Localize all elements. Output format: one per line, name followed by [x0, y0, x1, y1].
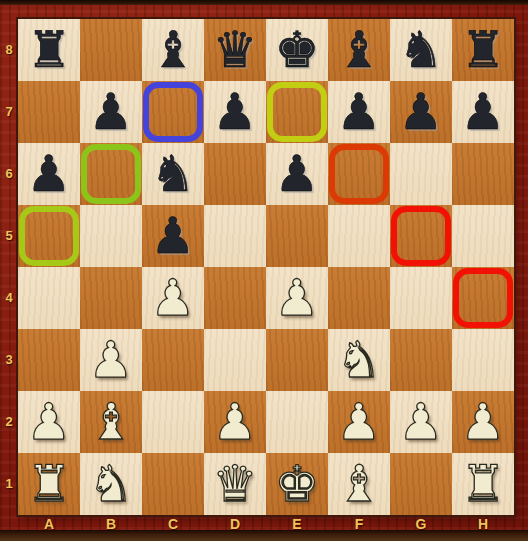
- rank-label-6: 6: [0, 143, 18, 205]
- square-b6[interactable]: [80, 143, 142, 205]
- square-a5[interactable]: [18, 205, 80, 267]
- piece-white-pawn[interactable]: ♟: [328, 391, 390, 453]
- rank-label-7: 7: [0, 81, 18, 143]
- square-d1[interactable]: ♛: [204, 453, 266, 515]
- square-b2[interactable]: ♝: [80, 391, 142, 453]
- square-d4[interactable]: [204, 267, 266, 329]
- square-a4[interactable]: [18, 267, 80, 329]
- rank-label-1: 1: [0, 453, 18, 515]
- piece-black-pawn[interactable]: ♟: [204, 81, 266, 143]
- piece-white-knight[interactable]: ♞: [328, 329, 390, 391]
- square-h8[interactable]: ♜: [452, 19, 514, 81]
- piece-white-queen[interactable]: ♛: [204, 453, 266, 515]
- highlight-e7: [267, 82, 327, 142]
- piece-black-bishop[interactable]: ♝: [328, 19, 390, 81]
- square-c7[interactable]: [142, 81, 204, 143]
- piece-white-pawn[interactable]: ♟: [452, 391, 514, 453]
- square-d5[interactable]: [204, 205, 266, 267]
- highlight-h4: [453, 268, 513, 328]
- highlight-c7: [143, 82, 203, 142]
- square-a8[interactable]: ♜: [18, 19, 80, 81]
- square-g2[interactable]: ♟: [390, 391, 452, 453]
- square-a6[interactable]: ♟: [18, 143, 80, 205]
- square-a3[interactable]: [18, 329, 80, 391]
- square-a1[interactable]: ♜: [18, 453, 80, 515]
- rank-label-8: 8: [0, 19, 18, 81]
- highlight-g5: [391, 206, 451, 266]
- square-g1[interactable]: [390, 453, 452, 515]
- square-e5[interactable]: [266, 205, 328, 267]
- square-h5[interactable]: [452, 205, 514, 267]
- rank-label-5: 5: [0, 205, 18, 267]
- piece-white-pawn[interactable]: ♟: [142, 267, 204, 329]
- square-e8[interactable]: ♚: [266, 19, 328, 81]
- rank-label-2: 2: [0, 391, 18, 453]
- square-f8[interactable]: ♝: [328, 19, 390, 81]
- square-e7[interactable]: [266, 81, 328, 143]
- piece-white-bishop[interactable]: ♝: [80, 391, 142, 453]
- square-c5[interactable]: ♟: [142, 205, 204, 267]
- square-g5[interactable]: [390, 205, 452, 267]
- piece-white-pawn[interactable]: ♟: [390, 391, 452, 453]
- square-b1[interactable]: ♞: [80, 453, 142, 515]
- square-c6[interactable]: ♞: [142, 143, 204, 205]
- window-bottom-edge: [0, 530, 528, 541]
- piece-white-rook[interactable]: ♜: [452, 453, 514, 515]
- piece-black-pawn[interactable]: ♟: [328, 81, 390, 143]
- square-f1[interactable]: ♝: [328, 453, 390, 515]
- square-e1[interactable]: ♚: [266, 453, 328, 515]
- square-e2[interactable]: [266, 391, 328, 453]
- square-g4[interactable]: [390, 267, 452, 329]
- piece-white-pawn[interactable]: ♟: [18, 391, 80, 453]
- rank-label-4: 4: [0, 267, 18, 329]
- square-f6[interactable]: [328, 143, 390, 205]
- square-b7[interactable]: ♟: [80, 81, 142, 143]
- piece-black-pawn[interactable]: ♟: [142, 205, 204, 267]
- square-c3[interactable]: [142, 329, 204, 391]
- square-b4[interactable]: [80, 267, 142, 329]
- square-f2[interactable]: ♟: [328, 391, 390, 453]
- piece-black-knight[interactable]: ♞: [142, 143, 204, 205]
- square-a2[interactable]: ♟: [18, 391, 80, 453]
- highlight-b6: [81, 144, 141, 204]
- square-c1[interactable]: [142, 453, 204, 515]
- square-d8[interactable]: ♛: [204, 19, 266, 81]
- square-g3[interactable]: [390, 329, 452, 391]
- piece-black-pawn[interactable]: ♟: [390, 81, 452, 143]
- square-h3[interactable]: [452, 329, 514, 391]
- piece-black-pawn[interactable]: ♟: [452, 81, 514, 143]
- piece-black-pawn[interactable]: ♟: [266, 143, 328, 205]
- square-c4[interactable]: ♟: [142, 267, 204, 329]
- piece-black-knight[interactable]: ♞: [390, 19, 452, 81]
- rank-coordinates: 87654321: [0, 19, 18, 515]
- square-d6[interactable]: [204, 143, 266, 205]
- square-f3[interactable]: ♞: [328, 329, 390, 391]
- piece-white-rook[interactable]: ♜: [18, 453, 80, 515]
- square-h6[interactable]: [452, 143, 514, 205]
- square-g6[interactable]: [390, 143, 452, 205]
- square-e4[interactable]: ♟: [266, 267, 328, 329]
- highlight-f6: [329, 144, 389, 204]
- rank-label-3: 3: [0, 329, 18, 391]
- square-d3[interactable]: [204, 329, 266, 391]
- square-a7[interactable]: [18, 81, 80, 143]
- piece-black-rook[interactable]: ♜: [18, 19, 80, 81]
- piece-white-bishop[interactable]: ♝: [328, 453, 390, 515]
- square-f7[interactable]: ♟: [328, 81, 390, 143]
- piece-white-king[interactable]: ♚: [266, 453, 328, 515]
- square-e6[interactable]: ♟: [266, 143, 328, 205]
- square-c2[interactable]: [142, 391, 204, 453]
- window-top-edge: [0, 0, 528, 5]
- square-f5[interactable]: [328, 205, 390, 267]
- piece-white-pawn[interactable]: ♟: [204, 391, 266, 453]
- square-h2[interactable]: ♟: [452, 391, 514, 453]
- piece-white-pawn[interactable]: ♟: [266, 267, 328, 329]
- square-h1[interactable]: ♜: [452, 453, 514, 515]
- highlight-a5: [19, 206, 79, 266]
- square-f4[interactable]: [328, 267, 390, 329]
- square-b5[interactable]: [80, 205, 142, 267]
- piece-white-knight[interactable]: ♞: [80, 453, 142, 515]
- chess-board-window: ♜♝♛♚♝♞♜♟♟♟♟♟♟♞♟♟♟♟♟♞♟♝♟♟♟♟♜♞♛♚♝♜ 8765432…: [0, 0, 528, 541]
- square-g8[interactable]: ♞: [390, 19, 452, 81]
- square-h7[interactable]: ♟: [452, 81, 514, 143]
- square-h4[interactable]: [452, 267, 514, 329]
- piece-black-rook[interactable]: ♜: [452, 19, 514, 81]
- piece-black-bishop[interactable]: ♝: [142, 19, 204, 81]
- piece-black-king[interactable]: ♚: [266, 19, 328, 81]
- square-e3[interactable]: [266, 329, 328, 391]
- square-d2[interactable]: ♟: [204, 391, 266, 453]
- piece-black-pawn[interactable]: ♟: [18, 143, 80, 205]
- chess-board: ♜♝♛♚♝♞♜♟♟♟♟♟♟♞♟♟♟♟♟♞♟♝♟♟♟♟♜♞♛♚♝♜: [18, 19, 514, 515]
- piece-black-queen[interactable]: ♛: [204, 19, 266, 81]
- square-g7[interactable]: ♟: [390, 81, 452, 143]
- square-c8[interactable]: ♝: [142, 19, 204, 81]
- square-b3[interactable]: ♟: [80, 329, 142, 391]
- square-d7[interactable]: ♟: [204, 81, 266, 143]
- piece-black-pawn[interactable]: ♟: [80, 81, 142, 143]
- square-b8[interactable]: [80, 19, 142, 81]
- piece-white-pawn[interactable]: ♟: [80, 329, 142, 391]
